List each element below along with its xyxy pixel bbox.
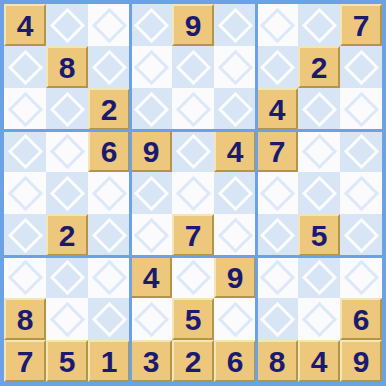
diamond-pattern — [175, 259, 210, 294]
cell-r6c6[interactable] — [214, 214, 256, 256]
cell-r3c6[interactable] — [214, 88, 256, 130]
given-digit: 7 — [185, 221, 202, 251]
given-digit: 8 — [269, 347, 286, 377]
diamond-pattern — [175, 91, 210, 126]
given-digit: 6 — [227, 347, 244, 377]
cell-r2c5[interactable] — [172, 46, 214, 88]
diamond-pattern — [259, 259, 294, 294]
cell-r5c7[interactable] — [256, 172, 298, 214]
given-digit: 2 — [311, 53, 328, 83]
cell-r7c6: 9 — [214, 256, 256, 298]
diamond-pattern — [133, 7, 168, 42]
diamond-pattern — [133, 91, 168, 126]
cell-r8c9: 6 — [340, 298, 382, 340]
cell-r1c4[interactable] — [130, 4, 172, 46]
diamond-pattern — [259, 217, 294, 252]
cell-r3c8[interactable] — [298, 88, 340, 130]
given-digit: 7 — [17, 347, 34, 377]
cell-r4c7: 7 — [256, 130, 298, 172]
diamond-pattern — [217, 49, 252, 84]
diamond-pattern — [343, 259, 378, 294]
cell-r3c3: 2 — [88, 88, 130, 130]
given-digit: 2 — [59, 221, 76, 251]
diamond-pattern — [343, 49, 378, 84]
cell-r8c2[interactable] — [46, 298, 88, 340]
cell-r3c7: 4 — [256, 88, 298, 130]
diamond-pattern — [259, 49, 294, 84]
cell-r3c5[interactable] — [172, 88, 214, 130]
cell-r2c7[interactable] — [256, 46, 298, 88]
cell-r6c2: 2 — [46, 214, 88, 256]
cell-r7c7[interactable] — [256, 256, 298, 298]
given-digit: 4 — [143, 263, 160, 293]
cell-r1c7[interactable] — [256, 4, 298, 46]
given-digit: 4 — [227, 137, 244, 167]
cell-r2c8: 2 — [298, 46, 340, 88]
diamond-pattern — [259, 301, 294, 336]
given-digit: 8 — [59, 53, 76, 83]
cell-r5c2[interactable] — [46, 172, 88, 214]
diamond-pattern — [133, 301, 168, 336]
diamond-pattern — [217, 301, 252, 336]
cell-r8c7[interactable] — [256, 298, 298, 340]
diamond-pattern — [217, 7, 252, 42]
diamond-pattern — [7, 217, 42, 252]
cell-r1c3[interactable] — [88, 4, 130, 46]
cell-r6c8: 5 — [298, 214, 340, 256]
given-digit: 3 — [143, 347, 160, 377]
sudoku-grid: 4978224694727549856751326849 — [4, 4, 382, 382]
diamond-pattern — [301, 301, 336, 336]
given-digit: 9 — [227, 263, 244, 293]
cell-r7c2[interactable] — [46, 256, 88, 298]
cell-r5c1[interactable] — [4, 172, 46, 214]
diamond-pattern — [259, 7, 294, 42]
cell-r8c3[interactable] — [88, 298, 130, 340]
diamond-pattern — [133, 175, 168, 210]
cell-r4c4: 9 — [130, 130, 172, 172]
cell-r9c2: 5 — [46, 340, 88, 382]
diamond-pattern — [91, 49, 126, 84]
cell-r2c9[interactable] — [340, 46, 382, 88]
cell-r5c6[interactable] — [214, 172, 256, 214]
cell-r2c4[interactable] — [130, 46, 172, 88]
diamond-pattern — [301, 7, 336, 42]
cell-r6c1[interactable] — [4, 214, 46, 256]
diamond-pattern — [217, 91, 252, 126]
diamond-pattern — [49, 301, 84, 336]
diamond-pattern — [175, 49, 210, 84]
cell-r5c4[interactable] — [130, 172, 172, 214]
given-digit: 9 — [353, 347, 370, 377]
cell-r8c5: 5 — [172, 298, 214, 340]
diamond-pattern — [343, 133, 378, 168]
cell-r3c9[interactable] — [340, 88, 382, 130]
cell-r5c9[interactable] — [340, 172, 382, 214]
cell-r9c4: 3 — [130, 340, 172, 382]
diamond-pattern — [133, 217, 168, 252]
cell-r1c9: 7 — [340, 4, 382, 46]
given-digit: 6 — [101, 137, 118, 167]
diamond-pattern — [7, 91, 42, 126]
given-digit: 7 — [269, 137, 286, 167]
cell-r5c3[interactable] — [88, 172, 130, 214]
diamond-pattern — [91, 175, 126, 210]
cell-r7c1[interactable] — [4, 256, 46, 298]
cell-r1c8[interactable] — [298, 4, 340, 46]
cell-r7c4: 4 — [130, 256, 172, 298]
given-digit: 2 — [185, 347, 202, 377]
cell-r8c4[interactable] — [130, 298, 172, 340]
cell-r7c9[interactable] — [340, 256, 382, 298]
cell-r9c7: 8 — [256, 340, 298, 382]
given-digit: 6 — [353, 305, 370, 335]
diamond-pattern — [133, 49, 168, 84]
cell-r4c3: 6 — [88, 130, 130, 172]
sudoku-board: 4978224694727549856751326849 — [0, 0, 386, 386]
cell-r4c6: 4 — [214, 130, 256, 172]
cell-r3c2[interactable] — [46, 88, 88, 130]
diamond-pattern — [217, 175, 252, 210]
given-digit: 4 — [311, 347, 328, 377]
diamond-pattern — [7, 49, 42, 84]
diamond-pattern — [301, 133, 336, 168]
cell-r6c4[interactable] — [130, 214, 172, 256]
cell-r3c4[interactable] — [130, 88, 172, 130]
cell-r2c2: 8 — [46, 46, 88, 88]
cell-r5c5[interactable] — [172, 172, 214, 214]
cell-r9c3: 1 — [88, 340, 130, 382]
cell-r2c1[interactable] — [4, 46, 46, 88]
cell-r4c2[interactable] — [46, 130, 88, 172]
diamond-pattern — [301, 175, 336, 210]
cell-r5c8[interactable] — [298, 172, 340, 214]
diamond-pattern — [301, 91, 336, 126]
diamond-pattern — [49, 259, 84, 294]
cell-r4c1[interactable] — [4, 130, 46, 172]
diamond-pattern — [49, 91, 84, 126]
diamond-pattern — [91, 7, 126, 42]
given-digit: 5 — [59, 347, 76, 377]
given-digit: 5 — [185, 305, 202, 335]
cell-r7c3[interactable] — [88, 256, 130, 298]
diamond-pattern — [343, 91, 378, 126]
diamond-pattern — [7, 175, 42, 210]
cell-r4c9[interactable] — [340, 130, 382, 172]
diamond-pattern — [301, 259, 336, 294]
cell-r9c8: 4 — [298, 340, 340, 382]
diamond-pattern — [49, 175, 84, 210]
given-digit: 4 — [269, 95, 286, 125]
given-digit: 4 — [17, 11, 34, 41]
cell-r7c5[interactable] — [172, 256, 214, 298]
diamond-pattern — [217, 217, 252, 252]
cell-r1c5: 9 — [172, 4, 214, 46]
given-digit: 5 — [311, 221, 328, 251]
cell-r8c1: 8 — [4, 298, 46, 340]
diamond-pattern — [259, 175, 294, 210]
cell-r6c7[interactable] — [256, 214, 298, 256]
cell-r1c6[interactable] — [214, 4, 256, 46]
cell-r6c9[interactable] — [340, 214, 382, 256]
given-digit: 8 — [17, 305, 34, 335]
diamond-pattern — [343, 175, 378, 210]
cell-r9c5: 2 — [172, 340, 214, 382]
cell-r9c1: 7 — [4, 340, 46, 382]
cell-r9c9: 9 — [340, 340, 382, 382]
cell-r7c8[interactable] — [298, 256, 340, 298]
diamond-pattern — [7, 133, 42, 168]
cell-r1c1: 4 — [4, 4, 46, 46]
diamond-pattern — [175, 175, 210, 210]
diamond-pattern — [175, 133, 210, 168]
given-digit: 1 — [101, 347, 118, 377]
diamond-pattern — [91, 217, 126, 252]
cell-r9c6: 6 — [214, 340, 256, 382]
given-digit: 9 — [143, 137, 160, 167]
cell-r4c8[interactable] — [298, 130, 340, 172]
cell-r3c1[interactable] — [4, 88, 46, 130]
diamond-pattern — [91, 301, 126, 336]
diamond-pattern — [49, 7, 84, 42]
cell-r2c3[interactable] — [88, 46, 130, 88]
given-digit: 7 — [353, 11, 370, 41]
diamond-pattern — [91, 259, 126, 294]
cell-r6c5: 7 — [172, 214, 214, 256]
given-digit: 9 — [185, 11, 202, 41]
cell-r6c3[interactable] — [88, 214, 130, 256]
cell-r4c5[interactable] — [172, 130, 214, 172]
diamond-pattern — [49, 133, 84, 168]
diamond-pattern — [343, 217, 378, 252]
cell-r8c8[interactable] — [298, 298, 340, 340]
given-digit: 2 — [101, 95, 118, 125]
diamond-pattern — [7, 259, 42, 294]
cell-r8c6[interactable] — [214, 298, 256, 340]
cell-r1c2[interactable] — [46, 4, 88, 46]
cell-r2c6[interactable] — [214, 46, 256, 88]
